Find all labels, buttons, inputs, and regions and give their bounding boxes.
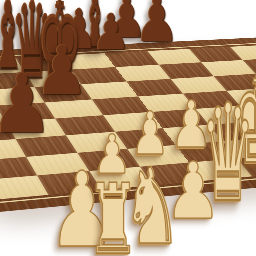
piece-layer: ♟♟♝♟♟♟♝♛♚♟♟♟♟♚♟♛♟♟♞♜ xyxy=(0,0,256,256)
chess-piece-black-pawn-icon: ♟ xyxy=(135,0,180,51)
chess-piece-black-pawn-icon: ♟ xyxy=(92,8,131,57)
chess-piece-white-rook-icon: ♜ xyxy=(87,171,139,256)
chess-set-photo: ♟♟♝♟♟♟♝♛♚♟♟♟♟♚♟♛♟♟♞♜ xyxy=(0,0,256,256)
chess-piece-black-pawn-icon: ♟ xyxy=(0,64,53,145)
